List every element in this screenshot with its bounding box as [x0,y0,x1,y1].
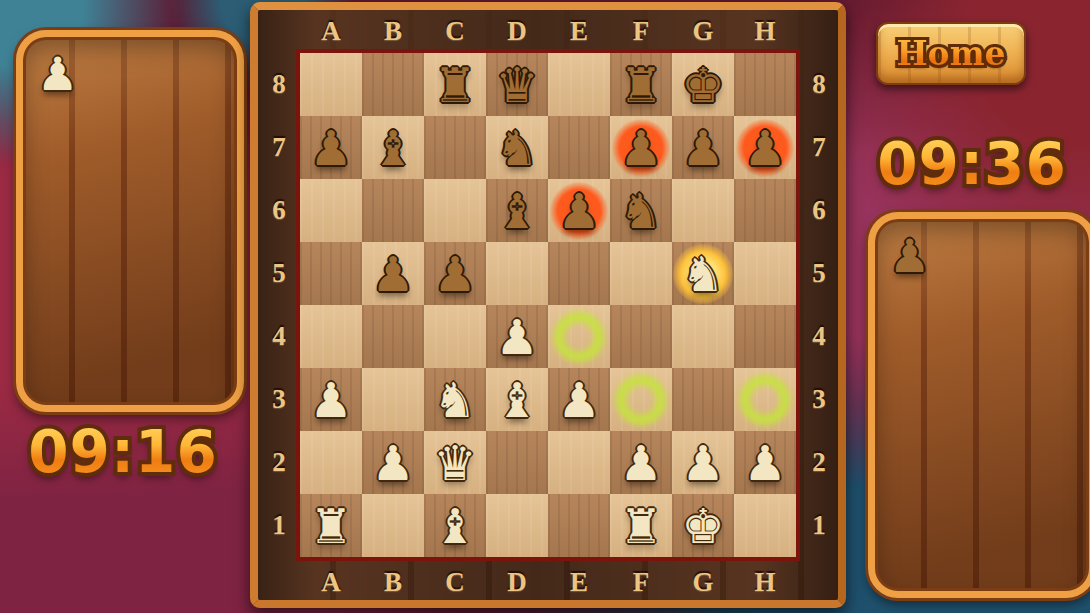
square-d2[interactable] [486,431,548,494]
file-label-top-a: A [300,16,362,46]
square-f8[interactable]: ♜ [610,53,672,116]
square-h1[interactable] [734,494,796,557]
white-pawn-g2[interactable]: ♟ [681,439,724,487]
square-d1[interactable] [486,494,548,557]
file-label-top-e: E [548,16,610,46]
white-bishop-d3[interactable]: ♝ [495,376,538,424]
square-e7[interactable] [548,116,610,179]
home-button-label: Home Home [896,37,1005,70]
black-pawn-h7[interactable]: ♟ [743,124,786,172]
board-squares: ♜♛♜♚♟♝♞♟♟♟♝♟♞♟♟♞♟♟♞♝♟♟♛♟♟♟♜♝♜♚ [296,49,800,561]
square-f1[interactable]: ♜ [610,494,672,557]
square-a7[interactable]: ♟ [300,116,362,179]
rank-label-left-3: 3 [260,368,298,431]
rank-label-right-5: 5 [800,242,838,305]
rank-label-right-4: 4 [800,305,838,368]
chess-game-screen: ♟ 09:16 09:16 ABCDEFGH 87654321 ♜♛♜♚♟♝♞♟… [0,0,1090,613]
square-b5[interactable]: ♟ [362,242,424,305]
captured-tray-left: ♟ [16,30,244,412]
white-pawn-e3[interactable]: ♟ [557,376,600,424]
square-h2[interactable]: ♟ [734,431,796,494]
white-pawn-b2[interactable]: ♟ [371,439,414,487]
black-pawn-b5[interactable]: ♟ [371,250,414,298]
square-f4[interactable] [610,305,672,368]
square-a4[interactable] [300,305,362,368]
square-d4[interactable]: ♟ [486,305,548,368]
file-label-bottom-c: C [424,567,486,597]
file-label-bottom-g: G [672,567,734,597]
captured-pieces-left: ♟ [23,37,237,405]
square-a1[interactable]: ♜ [300,494,362,557]
black-knight-d7[interactable]: ♞ [495,124,538,172]
white-pawn-f2[interactable]: ♟ [619,439,662,487]
square-c5[interactable]: ♟ [424,242,486,305]
square-c7[interactable] [424,116,486,179]
square-d5[interactable] [486,242,548,305]
rank-labels-left: 87654321 [260,53,298,557]
square-e3[interactable]: ♟ [548,368,610,431]
white-rook-a1[interactable]: ♜ [309,502,352,550]
square-b8[interactable] [362,53,424,116]
square-h5[interactable] [734,242,796,305]
rank-labels-right: 87654321 [800,53,838,557]
captured-white-pawn: ♟ [37,51,78,97]
file-label-bottom-f: F [610,567,672,597]
rank-label-right-7: 7 [800,116,838,179]
black-timer-value: 09:36 [877,130,1067,198]
white-timer: 09:16 09:16 [20,414,226,490]
black-knight-f6[interactable]: ♞ [619,187,662,235]
white-knight-c3[interactable]: ♞ [433,376,476,424]
file-label-bottom-h: H [734,567,796,597]
rank-label-left-5: 5 [260,242,298,305]
white-rook-f1[interactable]: ♜ [619,502,662,550]
rank-label-left-8: 8 [260,53,298,116]
white-king-g1[interactable]: ♚ [681,502,724,550]
move-hint-e4 [548,305,610,368]
square-e4[interactable] [548,305,610,368]
black-queen-d8[interactable]: ♛ [495,61,538,109]
square-g6[interactable] [672,179,734,242]
black-pawn-a7[interactable]: ♟ [309,124,352,172]
file-label-bottom-d: D [486,567,548,597]
square-f2[interactable]: ♟ [610,431,672,494]
rank-label-right-8: 8 [800,53,838,116]
square-b7[interactable]: ♝ [362,116,424,179]
rank-label-left-6: 6 [260,179,298,242]
square-f7[interactable]: ♟ [610,116,672,179]
square-f3[interactable] [610,368,672,431]
square-a6[interactable] [300,179,362,242]
black-rook-c8[interactable]: ♜ [433,61,476,109]
square-d7[interactable]: ♞ [486,116,548,179]
square-a2[interactable] [300,431,362,494]
black-rook-f8[interactable]: ♜ [619,61,662,109]
rank-label-left-4: 4 [260,305,298,368]
white-queen-c2[interactable]: ♛ [433,439,476,487]
square-c4[interactable] [424,305,486,368]
square-b2[interactable]: ♟ [362,431,424,494]
square-a8[interactable] [300,53,362,116]
square-e5[interactable] [548,242,610,305]
square-b4[interactable] [362,305,424,368]
white-pawn-h2[interactable]: ♟ [743,439,786,487]
square-g8[interactable]: ♚ [672,53,734,116]
square-c3[interactable]: ♞ [424,368,486,431]
file-labels-top: ABCDEFGH [300,16,796,46]
rank-label-right-1: 1 [800,494,838,557]
square-b6[interactable] [362,179,424,242]
black-bishop-b7[interactable]: ♝ [371,124,414,172]
black-pawn-f7[interactable]: ♟ [619,124,662,172]
rank-label-left-2: 2 [260,431,298,494]
home-label-fill: Home [896,34,1005,73]
captured-pieces-right: ♟ [875,219,1089,591]
square-c1[interactable]: ♝ [424,494,486,557]
square-a3[interactable]: ♟ [300,368,362,431]
black-pawn-e6[interactable]: ♟ [557,187,600,235]
square-h6[interactable] [734,179,796,242]
black-pawn-c5[interactable]: ♟ [433,250,476,298]
file-label-top-g: G [672,16,734,46]
square-h8[interactable] [734,53,796,116]
square-g1[interactable]: ♚ [672,494,734,557]
white-knight-g5[interactable]: ♞ [681,250,724,298]
rank-label-left-1: 1 [260,494,298,557]
square-e6[interactable]: ♟ [548,179,610,242]
file-label-bottom-b: B [362,567,424,597]
square-d8[interactable]: ♛ [486,53,548,116]
square-d3[interactable]: ♝ [486,368,548,431]
file-label-top-h: H [734,16,796,46]
file-label-top-b: B [362,16,424,46]
square-c8[interactable]: ♜ [424,53,486,116]
file-label-top-f: F [610,16,672,46]
square-f5[interactable] [610,242,672,305]
chess-board-frame: ABCDEFGH 87654321 ♜♛♜♚♟♝♞♟♟♟♝♟♞♟♟♞♟♟♞♝♟♟… [250,2,846,608]
white-pawn-a3[interactable]: ♟ [309,376,352,424]
file-label-bottom-e: E [548,567,610,597]
black-bishop-d6[interactable]: ♝ [495,187,538,235]
square-f6[interactable]: ♞ [610,179,672,242]
square-c6[interactable] [424,179,486,242]
file-label-top-d: D [486,16,548,46]
square-d6[interactable]: ♝ [486,179,548,242]
black-king-g8[interactable]: ♚ [681,61,724,109]
file-label-top-c: C [424,16,486,46]
black-pawn-g7[interactable]: ♟ [681,124,724,172]
move-hint-f3 [610,368,672,431]
home-button[interactable]: Home Home [876,22,1026,85]
square-h3[interactable] [734,368,796,431]
black-timer: 09:36 09:36 [872,126,1072,202]
rank-label-right-2: 2 [800,431,838,494]
move-hint-h3 [734,368,796,431]
rank-label-right-3: 3 [800,368,838,431]
square-b1[interactable] [362,494,424,557]
file-label-bottom-a: A [300,567,362,597]
square-g2[interactable]: ♟ [672,431,734,494]
square-h7[interactable]: ♟ [734,116,796,179]
square-h4[interactable] [734,305,796,368]
captured-black-pawn: ♟ [889,233,930,279]
rank-label-left-7: 7 [260,116,298,179]
square-e8[interactable] [548,53,610,116]
file-labels-bottom: ABCDEFGH [300,567,796,597]
square-g7[interactable]: ♟ [672,116,734,179]
square-g5[interactable]: ♞ [672,242,734,305]
square-g3[interactable] [672,368,734,431]
square-g4[interactable] [672,305,734,368]
rank-label-right-6: 6 [800,179,838,242]
square-a5[interactable] [300,242,362,305]
white-pawn-d4[interactable]: ♟ [495,313,538,361]
white-timer-value: 09:16 [28,418,218,486]
captured-tray-right: ♟ [868,212,1090,598]
square-e2[interactable] [548,431,610,494]
white-bishop-c1[interactable]: ♝ [433,502,476,550]
square-c2[interactable]: ♛ [424,431,486,494]
square-e1[interactable] [548,494,610,557]
square-b3[interactable] [362,368,424,431]
